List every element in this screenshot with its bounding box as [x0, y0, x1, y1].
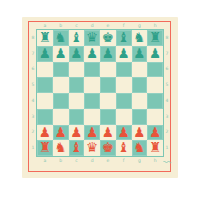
teal-pawn-piece[interactable]: ♟	[102, 45, 114, 61]
coord-label-g: g	[132, 158, 148, 164]
square-a1[interactable]: ♜	[37, 140, 53, 156]
teal-knight-piece[interactable]: ♞	[55, 30, 67, 46]
square-h5[interactable]	[147, 77, 163, 93]
square-f5[interactable]	[116, 77, 132, 93]
square-c4[interactable]	[69, 93, 85, 109]
brand-logo-mark	[163, 159, 172, 164]
coord-label-d: d	[84, 158, 100, 164]
teal-bishop-piece[interactable]: ♝	[70, 30, 82, 46]
red-rook-piece[interactable]: ♜	[149, 140, 161, 156]
teal-pawn-piece[interactable]: ♟	[55, 45, 67, 61]
square-d4[interactable]	[84, 93, 100, 109]
square-h1[interactable]: ♜	[147, 140, 163, 156]
teal-pawn-piece[interactable]: ♟	[149, 45, 161, 61]
square-d6[interactable]	[84, 62, 100, 78]
teal-pawn-piece[interactable]: ♟	[86, 45, 98, 61]
rank-labels-right: 87654321	[164, 30, 170, 156]
square-a7[interactable]: ♟	[37, 46, 53, 62]
square-h6[interactable]	[147, 62, 163, 78]
coord-label-8: 8	[30, 30, 36, 46]
red-knight-piece[interactable]: ♞	[55, 140, 67, 156]
coord-label-3: 3	[30, 109, 36, 125]
coord-label-c: c	[69, 158, 85, 164]
file-labels-bottom: abcdefgh	[37, 158, 163, 164]
teal-pawn-piece[interactable]: ♟	[70, 45, 82, 61]
coord-label-5: 5	[30, 77, 36, 93]
coord-label-6: 6	[30, 62, 36, 78]
rank-labels-left: 87654321	[30, 30, 36, 156]
square-e4[interactable]	[100, 93, 116, 109]
teal-pawn-piece[interactable]: ♟	[133, 45, 145, 61]
red-queen-piece[interactable]: ♛	[86, 140, 98, 156]
coord-label-7: 7	[164, 46, 170, 62]
coord-label-4: 4	[164, 93, 170, 109]
teal-pawn-piece[interactable]: ♟	[39, 45, 51, 61]
coord-label-h: h	[147, 158, 163, 164]
square-e1[interactable]: ♚	[100, 140, 116, 156]
red-bishop-piece[interactable]: ♝	[70, 140, 82, 156]
square-b4[interactable]	[53, 93, 69, 109]
square-b5[interactable]	[53, 77, 69, 93]
red-pawn-piece[interactable]: ♟	[55, 124, 67, 140]
teal-king-piece[interactable]: ♚	[102, 30, 114, 46]
red-pawn-piece[interactable]: ♟	[118, 124, 130, 140]
square-h4[interactable]	[147, 93, 163, 109]
coord-label-b: b	[53, 158, 69, 164]
coord-label-2: 2	[164, 125, 170, 141]
coord-label-f: f	[116, 158, 132, 164]
square-e7[interactable]: ♟	[100, 46, 116, 62]
chess-board[interactable]: ♜♞♝♛♚♝♞♜♟♟♟♟♟♟♟♟♟♟♟♟♟♟♟♟♜♞♝♛♚♝♞♜	[37, 30, 163, 156]
red-bishop-piece[interactable]: ♝	[118, 140, 130, 156]
coord-label-7: 7	[30, 46, 36, 62]
square-c7[interactable]: ♟	[69, 46, 85, 62]
square-e6[interactable]	[100, 62, 116, 78]
coord-label-2: 2	[30, 125, 36, 141]
red-rook-piece[interactable]: ♜	[39, 140, 51, 156]
square-g1[interactable]: ♞	[132, 140, 148, 156]
teal-pawn-piece[interactable]: ♟	[118, 45, 130, 61]
coord-label-8: 8	[164, 30, 170, 46]
square-f7[interactable]: ♟	[116, 46, 132, 62]
coord-label-1: 1	[30, 140, 36, 156]
square-d5[interactable]	[84, 77, 100, 93]
coord-label-3: 3	[164, 109, 170, 125]
square-g6[interactable]	[132, 62, 148, 78]
red-pawn-piece[interactable]: ♟	[149, 124, 161, 140]
square-b6[interactable]	[53, 62, 69, 78]
teal-rook-piece[interactable]: ♜	[39, 30, 51, 46]
square-a5[interactable]	[37, 77, 53, 93]
square-e5[interactable]	[100, 77, 116, 93]
square-b1[interactable]: ♞	[53, 140, 69, 156]
square-h7[interactable]: ♟	[147, 46, 163, 62]
square-d1[interactable]: ♛	[84, 140, 100, 156]
square-d7[interactable]: ♟	[84, 46, 100, 62]
red-pawn-piece[interactable]: ♟	[133, 124, 145, 140]
coord-label-4: 4	[30, 93, 36, 109]
red-knight-piece[interactable]: ♞	[133, 140, 145, 156]
square-g5[interactable]	[132, 77, 148, 93]
red-pawn-piece[interactable]: ♟	[39, 124, 51, 140]
square-a6[interactable]	[37, 62, 53, 78]
coord-label-6: 6	[164, 62, 170, 78]
red-pawn-piece[interactable]: ♟	[86, 124, 98, 140]
square-c5[interactable]	[69, 77, 85, 93]
red-pawn-piece[interactable]: ♟	[102, 124, 114, 140]
teal-knight-piece[interactable]: ♞	[133, 30, 145, 46]
square-g4[interactable]	[132, 93, 148, 109]
teal-rook-piece[interactable]: ♜	[149, 30, 161, 46]
coord-label-1: 1	[164, 140, 170, 156]
coord-label-e: e	[100, 158, 116, 164]
square-g7[interactable]: ♟	[132, 46, 148, 62]
red-pawn-piece[interactable]: ♟	[70, 124, 82, 140]
teal-queen-piece[interactable]: ♛	[86, 30, 98, 46]
square-f6[interactable]	[116, 62, 132, 78]
red-king-piece[interactable]: ♚	[102, 140, 114, 156]
square-f4[interactable]	[116, 93, 132, 109]
coord-label-5: 5	[164, 77, 170, 93]
coord-label-a: a	[37, 158, 53, 164]
square-c1[interactable]: ♝	[69, 140, 85, 156]
square-a4[interactable]	[37, 93, 53, 109]
square-b7[interactable]: ♟	[53, 46, 69, 62]
square-c6[interactable]	[69, 62, 85, 78]
teal-bishop-piece[interactable]: ♝	[118, 30, 130, 46]
square-f1[interactable]: ♝	[116, 140, 132, 156]
